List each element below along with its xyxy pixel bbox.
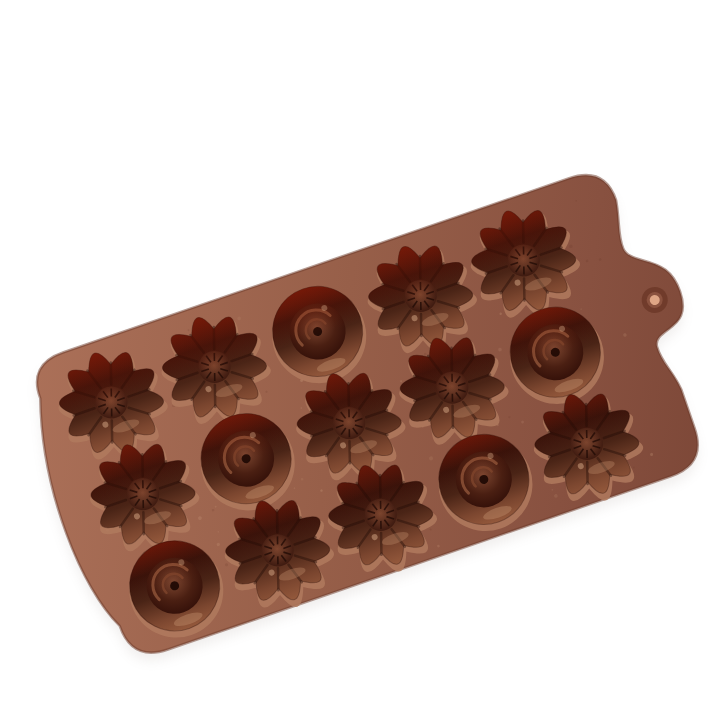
photo-stage [0,0,720,720]
product-photo [0,0,720,720]
